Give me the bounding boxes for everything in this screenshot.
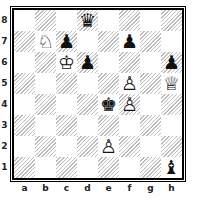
square-g4[interactable] — [140, 94, 161, 115]
rank-label-7: 7 — [0, 31, 9, 52]
square-a4[interactable] — [14, 94, 35, 115]
white-queen: ♛♕ — [161, 73, 182, 94]
square-b4[interactable] — [35, 94, 56, 115]
square-d6[interactable]: ♟ — [77, 52, 98, 73]
square-b1[interactable] — [35, 157, 56, 178]
rank-label-4: 4 — [0, 94, 9, 115]
square-f2[interactable] — [119, 136, 140, 157]
file-label-d: d — [77, 183, 98, 194]
rank-label-2: 2 — [0, 136, 9, 157]
square-a5[interactable] — [14, 73, 35, 94]
square-a6[interactable] — [14, 52, 35, 73]
square-g1[interactable] — [140, 157, 161, 178]
square-d2[interactable] — [77, 136, 98, 157]
file-label-e: e — [98, 183, 119, 194]
white-pawn: ♟♙ — [119, 94, 140, 115]
black-pawn: ♟ — [77, 52, 98, 73]
white-king: ♚♔ — [56, 52, 77, 73]
square-a7[interactable] — [14, 31, 35, 52]
square-f5[interactable]: ♟♙ — [119, 73, 140, 94]
square-e7[interactable] — [98, 31, 119, 52]
rank-label-1: 1 — [0, 157, 9, 178]
square-g2[interactable] — [140, 136, 161, 157]
square-b2[interactable] — [35, 136, 56, 157]
rank-label-8: 8 — [0, 10, 9, 31]
square-d7[interactable] — [77, 31, 98, 52]
square-h5[interactable]: ♛♕ — [161, 73, 182, 94]
square-c6[interactable]: ♚♔ — [56, 52, 77, 73]
square-e4[interactable]: ♚ — [98, 94, 119, 115]
black-pawn: ♟ — [56, 31, 77, 52]
square-d4[interactable] — [77, 94, 98, 115]
square-b3[interactable] — [35, 115, 56, 136]
square-d1[interactable] — [77, 157, 98, 178]
rank-label-3: 3 — [0, 115, 9, 136]
square-e1[interactable] — [98, 157, 119, 178]
white-pawn: ♟♙ — [119, 73, 140, 94]
board: ♛♞♘♟♟♚♔♟♟♟♙♛♕♚♟♙♟♙♝ — [12, 8, 184, 180]
file-labels: abcdefgh — [14, 183, 182, 194]
square-e8[interactable] — [98, 10, 119, 31]
file-label-b: b — [35, 183, 56, 194]
square-f3[interactable] — [119, 115, 140, 136]
square-a3[interactable] — [14, 115, 35, 136]
square-e2[interactable]: ♟♙ — [98, 136, 119, 157]
rank-label-6: 6 — [0, 52, 9, 73]
square-g6[interactable] — [140, 52, 161, 73]
square-d5[interactable] — [77, 73, 98, 94]
square-g8[interactable] — [140, 10, 161, 31]
square-c3[interactable] — [56, 115, 77, 136]
black-bishop: ♝ — [161, 157, 182, 178]
square-h2[interactable] — [161, 136, 182, 157]
square-h7[interactable] — [161, 31, 182, 52]
square-f4[interactable]: ♟♙ — [119, 94, 140, 115]
square-a2[interactable] — [14, 136, 35, 157]
rank-labels: 87654321 — [0, 10, 9, 178]
square-c4[interactable] — [56, 94, 77, 115]
square-e5[interactable] — [98, 73, 119, 94]
square-b6[interactable] — [35, 52, 56, 73]
square-h8[interactable] — [161, 10, 182, 31]
file-label-h: h — [161, 183, 182, 194]
file-label-g: g — [140, 183, 161, 194]
square-b5[interactable] — [35, 73, 56, 94]
square-g3[interactable] — [140, 115, 161, 136]
square-c8[interactable] — [56, 10, 77, 31]
white-knight: ♞♘ — [35, 31, 56, 52]
square-h1[interactable]: ♝ — [161, 157, 182, 178]
square-b8[interactable] — [35, 10, 56, 31]
black-pawn: ♟ — [161, 52, 182, 73]
square-h3[interactable] — [161, 115, 182, 136]
square-g7[interactable] — [140, 31, 161, 52]
black-pawn: ♟ — [119, 31, 140, 52]
square-a8[interactable] — [14, 10, 35, 31]
square-f1[interactable] — [119, 157, 140, 178]
square-h6[interactable]: ♟ — [161, 52, 182, 73]
square-e3[interactable] — [98, 115, 119, 136]
file-label-c: c — [56, 183, 77, 194]
black-queen: ♛ — [77, 10, 98, 31]
square-c5[interactable] — [56, 73, 77, 94]
square-g5[interactable] — [140, 73, 161, 94]
square-c2[interactable] — [56, 136, 77, 157]
square-b7[interactable]: ♞♘ — [35, 31, 56, 52]
square-f7[interactable]: ♟ — [119, 31, 140, 52]
square-h4[interactable] — [161, 94, 182, 115]
square-c7[interactable]: ♟ — [56, 31, 77, 52]
square-f8[interactable] — [119, 10, 140, 31]
square-e6[interactable] — [98, 52, 119, 73]
board-frame: ♛♞♘♟♟♚♔♟♟♟♙♛♕♚♟♙♟♙♝ — [10, 6, 186, 182]
chess-diagram: 87654321 ♛♞♘♟♟♚♔♟♟♟♙♛♕♚♟♙♟♙♝ abcdefgh — [0, 0, 197, 200]
rank-label-5: 5 — [0, 73, 9, 94]
square-f6[interactable] — [119, 52, 140, 73]
white-pawn: ♟♙ — [98, 136, 119, 157]
square-a1[interactable] — [14, 157, 35, 178]
square-c1[interactable] — [56, 157, 77, 178]
file-label-f: f — [119, 183, 140, 194]
black-king: ♚ — [98, 94, 119, 115]
square-d3[interactable] — [77, 115, 98, 136]
file-label-a: a — [14, 183, 35, 194]
square-d8[interactable]: ♛ — [77, 10, 98, 31]
